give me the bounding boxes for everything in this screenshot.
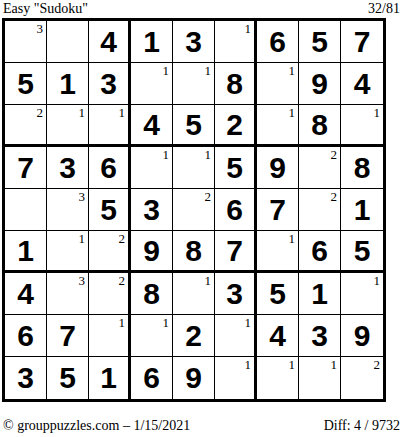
- cell-r7c9[interactable]: 1: [341, 273, 383, 315]
- cell-r5c1[interactable]: [5, 189, 47, 231]
- sudoku-page: Easy "Sudoku" 32/81 34131657513118194211…: [0, 0, 403, 437]
- cell-digit: 2: [215, 105, 254, 144]
- cell-r2c6[interactable]: 8: [215, 63, 257, 105]
- pencil-mark: 2: [331, 147, 338, 162]
- cell-r3c7[interactable]: 1: [257, 105, 299, 147]
- cell-r2c9[interactable]: 4: [341, 63, 383, 105]
- cell-r9c5[interactable]: 9: [173, 357, 215, 399]
- cell-r6c9[interactable]: 5: [341, 231, 383, 273]
- cell-r7c5[interactable]: 1: [173, 273, 215, 315]
- cell-r5c2[interactable]: 3: [47, 189, 89, 231]
- cell-r4c9[interactable]: 8: [341, 147, 383, 189]
- cell-r8c5[interactable]: 2: [173, 315, 215, 357]
- cell-r1c9[interactable]: 7: [341, 21, 383, 63]
- cell-digit: 8: [299, 105, 340, 144]
- cell-r9c1[interactable]: 3: [5, 357, 47, 399]
- cell-r1c6[interactable]: 1: [215, 21, 257, 63]
- cell-digit: 7: [257, 189, 298, 230]
- cell-r7c3[interactable]: 2: [89, 273, 131, 315]
- cell-digit: 3: [47, 147, 88, 188]
- pencil-mark: 2: [37, 105, 44, 120]
- sudoku-grid: 3413165751311819421145218173611592835326…: [2, 18, 386, 402]
- cell-digit: 5: [341, 231, 383, 270]
- cell-r5c8[interactable]: 2: [299, 189, 341, 231]
- cell-r2c7[interactable]: 1: [257, 63, 299, 105]
- cell-r1c7[interactable]: 6: [257, 21, 299, 63]
- cell-digit: 4: [257, 315, 298, 356]
- cell-r8c9[interactable]: 9: [341, 315, 383, 357]
- pencil-mark: 1: [205, 147, 212, 162]
- cell-digit: 9: [257, 147, 298, 188]
- pencil-mark: 1: [205, 63, 212, 78]
- cell-r2c4[interactable]: 1: [131, 63, 173, 105]
- cell-digit: 4: [131, 105, 172, 144]
- cell-r5c7[interactable]: 7: [257, 189, 299, 231]
- pencil-mark: 1: [245, 315, 252, 330]
- cell-r1c8[interactable]: 5: [299, 21, 341, 63]
- cell-r3c6[interactable]: 2: [215, 105, 257, 147]
- pencil-mark: 1: [163, 147, 170, 162]
- cell-digit: 6: [257, 21, 298, 62]
- cell-digit: 8: [215, 63, 254, 104]
- cell-digit: 8: [173, 231, 214, 270]
- cell-r3c2[interactable]: 1: [47, 105, 89, 147]
- cell-digit: 6: [299, 231, 340, 270]
- cell-r2c2[interactable]: 1: [47, 63, 89, 105]
- cell-r9c8[interactable]: 1: [299, 357, 341, 399]
- cell-r1c5[interactable]: 3: [173, 21, 215, 63]
- pencil-mark: 2: [331, 189, 338, 204]
- cell-digit: 4: [5, 273, 46, 314]
- cell-digit: 9: [173, 357, 214, 399]
- cell-r2c5[interactable]: 1: [173, 63, 215, 105]
- cell-r4c8[interactable]: 2: [299, 147, 341, 189]
- pencil-mark: 2: [119, 231, 126, 246]
- cell-r1c1[interactable]: 3: [5, 21, 47, 63]
- cell-digit: 1: [299, 273, 340, 314]
- pencil-mark: 1: [374, 105, 381, 120]
- cell-digit: 6: [5, 315, 46, 356]
- cell-r7c7[interactable]: 5: [257, 273, 299, 315]
- cell-digit: 5: [173, 105, 214, 144]
- pencil-mark: 1: [245, 357, 252, 372]
- cell-r9c4[interactable]: 6: [131, 357, 173, 399]
- pencil-mark: 1: [119, 315, 126, 330]
- puzzle-title: Easy "Sudoku": [3, 1, 88, 17]
- cell-r1c2[interactable]: [47, 21, 89, 63]
- cell-r7c2[interactable]: 3: [47, 273, 89, 315]
- cell-r4c6[interactable]: 5: [215, 147, 257, 189]
- cell-digit: 1: [5, 231, 46, 270]
- cell-r3c4[interactable]: 4: [131, 105, 173, 147]
- pencil-mark: 1: [163, 315, 170, 330]
- cell-digit: 6: [131, 357, 172, 399]
- cell-digit: 9: [341, 315, 383, 356]
- cell-digit: 7: [47, 315, 88, 356]
- cell-r4c7[interactable]: 9: [257, 147, 299, 189]
- cell-r6c7[interactable]: 1: [257, 231, 299, 273]
- cell-digit: 5: [215, 147, 254, 188]
- cell-digit: 7: [5, 147, 46, 188]
- cell-digit: 1: [341, 189, 383, 230]
- cell-r6c1[interactable]: 1: [5, 231, 47, 273]
- cell-digit: 8: [131, 273, 172, 314]
- pencil-mark: 3: [79, 189, 86, 204]
- pencil-mark: 1: [119, 105, 126, 120]
- pencil-mark: 3: [37, 21, 44, 36]
- cell-digit: 9: [131, 231, 172, 270]
- cell-r3c5[interactable]: 5: [173, 105, 215, 147]
- cell-digit: 1: [47, 63, 88, 104]
- pencil-mark: 1: [79, 105, 86, 120]
- pencil-mark: 1: [289, 231, 296, 246]
- cell-digit: 3: [215, 273, 254, 314]
- cell-r2c8[interactable]: 9: [299, 63, 341, 105]
- cell-digit: 7: [215, 231, 254, 270]
- pencil-mark: 2: [205, 189, 212, 204]
- pencil-mark: 1: [79, 231, 86, 246]
- cell-digit: 4: [341, 63, 383, 104]
- cell-r7c1[interactable]: 4: [5, 273, 47, 315]
- cell-r8c1[interactable]: 6: [5, 315, 47, 357]
- cell-r4c2[interactable]: 3: [47, 147, 89, 189]
- cell-r2c1[interactable]: 5: [5, 63, 47, 105]
- cell-r4c5[interactable]: 1: [173, 147, 215, 189]
- cell-r9c3[interactable]: 1: [89, 357, 131, 399]
- pencil-mark: 1: [163, 63, 170, 78]
- progress-counter: 32/81: [368, 1, 400, 17]
- cell-digit: 4: [89, 21, 128, 62]
- cell-digit: 5: [5, 63, 46, 104]
- header: Easy "Sudoku" 32/81: [3, 1, 400, 17]
- cell-r5c3[interactable]: 5: [89, 189, 131, 231]
- cell-r5c9[interactable]: 1: [341, 189, 383, 231]
- cell-digit: 5: [47, 357, 88, 399]
- cell-digit: 6: [89, 147, 128, 188]
- pencil-mark: 3: [79, 273, 86, 288]
- cell-r6c3[interactable]: 2: [89, 231, 131, 273]
- cell-digit: 3: [299, 315, 340, 356]
- cell-digit: 5: [257, 273, 298, 314]
- pencil-mark: 1: [205, 273, 212, 288]
- cell-r4c1[interactable]: 7: [5, 147, 47, 189]
- cell-r7c6[interactable]: 3: [215, 273, 257, 315]
- cell-r7c8[interactable]: 1: [299, 273, 341, 315]
- cell-digit: 1: [131, 21, 172, 62]
- cell-r5c6[interactable]: 6: [215, 189, 257, 231]
- pencil-mark: 1: [289, 63, 296, 78]
- cell-r9c2[interactable]: 5: [47, 357, 89, 399]
- cell-r3c1[interactable]: 2: [5, 105, 47, 147]
- cell-digit: 5: [89, 189, 128, 230]
- pencil-mark: 1: [289, 105, 296, 120]
- cell-digit: 3: [5, 357, 46, 399]
- copyright-text: © grouppuzzles.com – 1/15/2021: [3, 418, 190, 434]
- cell-r8c4[interactable]: 1: [131, 315, 173, 357]
- cell-digit: 6: [215, 189, 254, 230]
- cell-r4c4[interactable]: 1: [131, 147, 173, 189]
- cell-r8c8[interactable]: 3: [299, 315, 341, 357]
- cell-r6c2[interactable]: 1: [47, 231, 89, 273]
- cell-digit: 8: [341, 147, 383, 188]
- cell-r8c3[interactable]: 1: [89, 315, 131, 357]
- cell-r8c6[interactable]: 1: [215, 315, 257, 357]
- cell-r3c9[interactable]: 1: [341, 105, 383, 147]
- pencil-mark: 2: [374, 357, 381, 372]
- cell-r6c6[interactable]: 7: [215, 231, 257, 273]
- cell-digit: 2: [173, 315, 214, 356]
- cell-r6c4[interactable]: 9: [131, 231, 173, 273]
- cell-r5c5[interactable]: 2: [173, 189, 215, 231]
- footer: © grouppuzzles.com – 1/15/2021 Diff: 4 /…: [3, 418, 400, 434]
- cell-r6c8[interactable]: 6: [299, 231, 341, 273]
- cell-r2c3[interactable]: 3: [89, 63, 131, 105]
- cell-digit: 1: [89, 357, 128, 399]
- cell-r3c3[interactable]: 1: [89, 105, 131, 147]
- cell-digit: 9: [299, 63, 340, 104]
- cell-r5c4[interactable]: 3: [131, 189, 173, 231]
- cell-r6c5[interactable]: 8: [173, 231, 215, 273]
- pencil-mark: 1: [374, 273, 381, 288]
- cell-r4c3[interactable]: 6: [89, 147, 131, 189]
- cell-digit: 3: [131, 189, 172, 230]
- pencil-mark: 1: [331, 357, 338, 372]
- cell-r8c7[interactable]: 4: [257, 315, 299, 357]
- pencil-mark: 1: [289, 357, 296, 372]
- cell-digit: 7: [341, 21, 383, 62]
- cell-r9c7[interactable]: 1: [257, 357, 299, 399]
- cell-r3c8[interactable]: 8: [299, 105, 341, 147]
- cell-r1c3[interactable]: 4: [89, 21, 131, 63]
- cell-r9c6[interactable]: 1: [215, 357, 257, 399]
- cell-r8c2[interactable]: 7: [47, 315, 89, 357]
- cell-r9c9[interactable]: 2: [341, 357, 383, 399]
- cell-digit: 5: [299, 21, 340, 62]
- cell-r1c4[interactable]: 1: [131, 21, 173, 63]
- pencil-mark: 2: [119, 273, 126, 288]
- pencil-mark: 1: [245, 21, 252, 36]
- cell-digit: 3: [173, 21, 214, 62]
- cell-digit: 3: [89, 63, 128, 104]
- cell-r7c4[interactable]: 8: [131, 273, 173, 315]
- difficulty-text: Diff: 4 / 9732: [324, 418, 400, 434]
